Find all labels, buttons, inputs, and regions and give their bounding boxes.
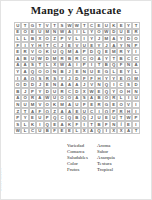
grid-cell-r17c1[interactable]: W	[14, 128, 21, 135]
grid-cell-r6c10[interactable]: C	[81, 55, 88, 62]
grid-cell-r10c17[interactable]: D	[132, 81, 139, 88]
grid-cell-r5c11[interactable]: D	[88, 48, 95, 55]
grid-cell-r9c7[interactable]: Y	[58, 75, 65, 82]
grid-cell-r8c8[interactable]: J	[66, 68, 73, 75]
grid-cell-r12c15[interactable]: L	[117, 95, 124, 102]
grid-cell-r13c5[interactable]: O	[44, 101, 51, 108]
grid-cell-r4c7[interactable]: J	[58, 42, 65, 49]
grid-cell-r1c1[interactable]: U	[14, 22, 21, 29]
grid-cell-r8c15[interactable]: E	[117, 68, 124, 75]
grid-cell-r11c11[interactable]: W	[88, 88, 95, 95]
grid-cell-r8c3[interactable]: Q	[29, 68, 36, 75]
grid-cell-r4c2[interactable]: I	[21, 42, 28, 49]
grid-cell-r1c12[interactable]: E	[95, 22, 102, 29]
grid-cell-r8c5[interactable]: O	[44, 68, 51, 75]
grid-cell-r12c9[interactable]: A	[73, 95, 80, 102]
grid-cell-r17c2[interactable]: L	[21, 128, 28, 135]
grid-cell-r17c5[interactable]: B	[44, 128, 51, 135]
grid-cell-r7c8[interactable]: A	[66, 62, 73, 69]
grid-cell-r14c13[interactable]: Q	[103, 108, 110, 115]
grid-cell-r15c5[interactable]: P	[44, 114, 51, 121]
grid-cell-r5c16[interactable]: Y	[125, 48, 132, 55]
grid-cell-r5c15[interactable]: R	[117, 48, 124, 55]
grid-cell-r6c4[interactable]: W	[36, 55, 43, 62]
grid-cell-r15c12[interactable]: U	[95, 114, 102, 121]
grid-cell-r5c10[interactable]: P	[81, 48, 88, 55]
grid-cell-r10c15[interactable]: C	[117, 81, 124, 88]
grid-cell-r6c5[interactable]: D	[44, 55, 51, 62]
grid-cell-r14c3[interactable]: A	[29, 108, 36, 115]
grid-cell-r9c13[interactable]: Y	[103, 75, 110, 82]
grid-cell-r11c7[interactable]: R	[58, 88, 65, 95]
grid-cell-r8c14[interactable]: L	[110, 68, 117, 75]
grid-cell-r6c7[interactable]: R	[58, 55, 65, 62]
grid-cell-r6c1[interactable]: A	[14, 55, 21, 62]
grid-cell-r3c16[interactable]: D	[125, 35, 132, 42]
grid-cell-r1c6[interactable]: T	[51, 22, 58, 29]
grid-cell-r13c4[interactable]: V	[36, 101, 43, 108]
grid-cell-r17c6[interactable]: F	[51, 128, 58, 135]
grid-cell-r16c8[interactable]: K	[66, 121, 73, 128]
grid-cell-r4c6[interactable]: C	[51, 42, 58, 49]
grid-cell-r4c8[interactable]: E	[66, 42, 73, 49]
grid-cell-r10c11[interactable]: V	[88, 81, 95, 88]
grid-cell-r2c6[interactable]: N	[51, 29, 58, 36]
grid-cell-r10c2[interactable]: D	[21, 81, 28, 88]
grid-cell-r17c17[interactable]: T	[132, 128, 139, 135]
grid-cell-r2c4[interactable]: U	[36, 29, 43, 36]
grid-cell-r13c9[interactable]: U	[73, 101, 80, 108]
puzzle-title: Mango y Aguacate	[1, 4, 151, 16]
grid-cell-r2c14[interactable]: D	[110, 29, 117, 36]
grid-cell-r16c4[interactable]: I	[36, 121, 43, 128]
grid-cell-r5c8[interactable]: M	[66, 48, 73, 55]
grid-cell-r15c3[interactable]: E	[29, 114, 36, 121]
grid-cell-r5c1[interactable]: E	[14, 48, 21, 55]
grid-cell-r13c16[interactable]: V	[125, 101, 132, 108]
grid-cell-r9c1[interactable]: I	[14, 75, 21, 82]
grid-cell-r11c6[interactable]: U	[51, 88, 58, 95]
grid-cell-r3c8[interactable]: V	[66, 35, 73, 42]
grid-cell-r1c13[interactable]: U	[103, 22, 110, 29]
grid-cell-r4c16[interactable]: N	[125, 42, 132, 49]
grid-cell-r10c9[interactable]: A	[73, 81, 80, 88]
grid-cell-r12c5[interactable]: W	[44, 95, 51, 102]
grid-cell-r14c16[interactable]: H	[125, 108, 132, 115]
grid-cell-r3c1[interactable]: L	[14, 35, 21, 42]
grid-cell-r5c7[interactable]: Q	[58, 48, 65, 55]
grid-cell-r16c14[interactable]: N	[110, 121, 117, 128]
grid-cell-r1c7[interactable]: S	[58, 22, 65, 29]
grid-cell-r10c4[interactable]: J	[36, 81, 43, 88]
grid-cell-r14c7[interactable]: A	[58, 108, 65, 115]
grid-cell-r11c16[interactable]: H	[125, 88, 132, 95]
grid-cell-r4c1[interactable]: F	[14, 42, 21, 49]
grid-cell-r10c6[interactable]: N	[51, 81, 58, 88]
grid-cell-r12c3[interactable]: R	[29, 95, 36, 102]
grid-cell-r15c4[interactable]: U	[36, 114, 43, 121]
grid-cell-r16c15[interactable]: Í	[117, 121, 124, 128]
grid-cell-r8c11[interactable]: U	[88, 68, 95, 75]
word-list-column-1: VariedadComarcaSaludablesColorFrutos	[67, 143, 88, 173]
grid-cell-r1c15[interactable]: E	[117, 22, 124, 29]
grid-cell-r9c10[interactable]: F	[81, 75, 88, 82]
grid-cell-r11c15[interactable]: O	[117, 88, 124, 95]
grid-cell-r15c1[interactable]: P	[14, 114, 21, 121]
grid-cell-r16c3[interactable]: K	[29, 121, 36, 128]
grid-cell-r2c13[interactable]: W	[103, 29, 110, 36]
grid-cell-r13c3[interactable]: M	[29, 101, 36, 108]
grid-cell-r10c13[interactable]: Q	[103, 81, 110, 88]
grid-cell-r7c4[interactable]: T	[36, 62, 43, 69]
word-list-column-2: AromaSaborAxarquíaTexturaTropical	[97, 143, 115, 173]
grid-cell-r15c8[interactable]: Q	[66, 114, 73, 121]
grid-cell-r8c2[interactable]: A	[21, 68, 28, 75]
grid-cell-r15c16[interactable]: W	[125, 114, 132, 121]
grid-cell-r2c7[interactable]: W	[58, 29, 65, 36]
grid-cell-r15c6[interactable]: Q	[51, 114, 58, 121]
grid-cell-r14c14[interactable]: P	[110, 108, 117, 115]
grid-cell-r2c12[interactable]: O	[95, 29, 102, 36]
grid-cell-r6c9[interactable]: R	[73, 55, 80, 62]
word-list-item: Tropical	[97, 167, 115, 173]
grid-cell-r11c5[interactable]: D	[44, 88, 51, 95]
grid-cell-r13c14[interactable]: E	[110, 101, 117, 108]
site-credit: Educima.com	[0, 168, 2, 191]
grid-cell-r12c2[interactable]: O	[21, 95, 28, 102]
grid-cell-r2c8[interactable]: A	[66, 29, 73, 36]
grid-cell-r11c17[interactable]: N	[132, 88, 139, 95]
grid-cell-r17c11[interactable]: A	[88, 128, 95, 135]
grid-cell-r8c13[interactable]: G	[103, 68, 110, 75]
grid-cell-r7c14[interactable]: Q	[110, 62, 117, 69]
grid-cell-r11c2[interactable]: J	[21, 88, 28, 95]
grid-cell-r16c9[interactable]: F	[73, 121, 80, 128]
grid-cell-r11c9[interactable]: D	[73, 88, 80, 95]
grid-cell-r9c2[interactable]: A	[21, 75, 28, 82]
grid-cell-r12c17[interactable]: U	[132, 95, 139, 102]
grid-cell-r13c17[interactable]: I	[132, 101, 139, 108]
grid-cell-r17c14[interactable]: X	[110, 128, 117, 135]
grid-cell-r12c10[interactable]: S	[81, 95, 88, 102]
grid-cell-r10c8[interactable]: A	[66, 81, 73, 88]
grid-cell-r2c17[interactable]: R	[132, 29, 139, 36]
grid-cell-r9c3[interactable]: Q	[29, 75, 36, 82]
grid-cell-r15c2[interactable]: Y	[21, 114, 28, 121]
grid-cell-r13c2[interactable]: U	[21, 101, 28, 108]
grid-cell-r8c9[interactable]: E	[73, 68, 80, 75]
grid-cell-r5c5[interactable]: K	[44, 48, 51, 55]
grid-cell-r11c12[interactable]: E	[95, 88, 102, 95]
grid-cell-r4c17[interactable]: P	[132, 42, 139, 49]
grid-cell-r5c9[interactable]: A	[73, 48, 80, 55]
grid-cell-r14c2[interactable]: T	[21, 108, 28, 115]
grid-cell-r16c10[interactable]: I	[81, 121, 88, 128]
grid-cell-r3c4[interactable]: X	[36, 35, 43, 42]
grid-cell-r16c7[interactable]: A	[58, 121, 65, 128]
grid-cell-r14c9[interactable]: E	[73, 108, 80, 115]
grid-cell-r9c8[interactable]: J	[66, 75, 73, 82]
grid-cell-r16c16[interactable]: E	[125, 121, 132, 128]
grid-cell-r13c12[interactable]: R	[95, 101, 102, 108]
grid-cell-r7c3[interactable]: S	[29, 62, 36, 69]
grid-cell-r10c16[interactable]: S	[125, 81, 132, 88]
grid-cell-r17c8[interactable]: E	[66, 128, 73, 135]
grid-cell-r13c6[interactable]: K	[51, 101, 58, 108]
grid-cell-r14c11[interactable]: C	[88, 108, 95, 115]
grid-cell-r2c3[interactable]: E	[29, 29, 36, 36]
grid-cell-r8c1[interactable]: Y	[14, 68, 21, 75]
grid-cell-r2c9[interactable]: I	[73, 29, 80, 36]
grid-cell-r17c13[interactable]: I	[103, 128, 110, 135]
grid-cell-r10c1[interactable]: O	[14, 81, 21, 88]
grid-cell-r14c4[interactable]: F	[36, 108, 43, 115]
grid-cell-r14c6[interactable]: Z	[51, 108, 58, 115]
grid-cell-r16c13[interactable]: F	[103, 121, 110, 128]
grid-cell-r11c1[interactable]: B	[14, 88, 21, 95]
grid-cell-r4c15[interactable]: Y	[117, 42, 124, 49]
grid-cell-r11c4[interactable]: Y	[36, 88, 43, 95]
grid-cell-r4c12[interactable]: Y	[95, 42, 102, 49]
grid-cell-r17c4[interactable]: U	[36, 128, 43, 135]
grid-cell-r12c4[interactable]: A	[36, 95, 43, 102]
grid-cell-r9c5[interactable]: R	[44, 75, 51, 82]
grid-cell-r10c5[interactable]: E	[44, 81, 51, 88]
grid-cell-r13c1[interactable]: N	[14, 101, 21, 108]
grid-cell-r7c12[interactable]: T	[95, 62, 102, 69]
grid-cell-r5c3[interactable]: V	[29, 48, 36, 55]
grid-cell-r12c13[interactable]: O	[103, 95, 110, 102]
grid-cell-r6c16[interactable]: C	[125, 55, 132, 62]
grid-cell-r10c3[interactable]: D	[29, 81, 36, 88]
grid-cell-r7c6[interactable]: X	[51, 62, 58, 69]
grid-cell-r14c15[interactable]: R	[117, 108, 124, 115]
grid-cell-r6c13[interactable]: Y	[103, 55, 110, 62]
grid-cell-r8c6[interactable]: N	[51, 68, 58, 75]
grid-cell-r9c17[interactable]: M	[132, 75, 139, 82]
grid-cell-r15c10[interactable]: Q	[81, 114, 88, 121]
grid-cell-r4c5[interactable]: T	[44, 42, 51, 49]
grid-cell-r1c11[interactable]: C	[88, 22, 95, 29]
grid-cell-r7c1[interactable]: A	[14, 62, 21, 69]
grid-cell-r14c10[interactable]: U	[81, 108, 88, 115]
grid-cell-r3c14[interactable]: A	[110, 35, 117, 42]
grid-cell-r4c14[interactable]: A	[110, 42, 117, 49]
grid-cell-r3c17[interactable]: O	[132, 35, 139, 42]
grid-cell-r3c15[interactable]: Y	[117, 35, 124, 42]
grid-cell-r16c2[interactable]: L	[21, 121, 28, 128]
grid-cell-r7c15[interactable]: F	[117, 62, 124, 69]
grid-cell-r1c4[interactable]: T	[36, 22, 43, 29]
grid-cell-r15c14[interactable]: U	[110, 114, 117, 121]
grid-cell-r17c10[interactable]: X	[81, 128, 88, 135]
grid-cell-r6c12[interactable]: A	[95, 55, 102, 62]
grid-cell-r12c12[interactable]: B	[95, 95, 102, 102]
grid-cell-r1c16[interactable]: Y	[125, 22, 132, 29]
grid-cell-r2c5[interactable]: M	[44, 29, 51, 36]
grid-cell-r16c6[interactable]: E	[51, 121, 58, 128]
grid-cell-r7c16[interactable]: N	[125, 62, 132, 69]
grid-cell-r6c11[interactable]: O	[88, 55, 95, 62]
grid-cell-r7c10[interactable]: P	[81, 62, 88, 69]
grid-cell-r15c17[interactable]: P	[132, 114, 139, 121]
grid-cell-r1c17[interactable]: T	[132, 22, 139, 29]
grid-cell-r13c8[interactable]: A	[66, 101, 73, 108]
grid-cell-r6c14[interactable]: T	[110, 55, 117, 62]
grid-cell-r7c13[interactable]: B	[103, 62, 110, 69]
grid-cell-r3c11[interactable]: Y	[88, 35, 95, 42]
grid-cell-r1c5[interactable]: V	[44, 22, 51, 29]
grid-cell-r13c7[interactable]: M	[58, 101, 65, 108]
grid-cell-r14c17[interactable]: I	[132, 108, 139, 115]
grid-cell-r3c10[interactable]: I	[81, 35, 88, 42]
grid-cell-r8c16[interactable]: Y	[125, 68, 132, 75]
grid-cell-r15c11[interactable]: J	[88, 114, 95, 121]
grid-cell-r8c10[interactable]: N	[81, 68, 88, 75]
grid-cell-r11c10[interactable]: X	[81, 88, 88, 95]
grid-cell-r10c10[interactable]: J	[81, 81, 88, 88]
grid-cell-r15c9[interactable]: B	[73, 114, 80, 121]
grid-cell-r7c11[interactable]: I	[88, 62, 95, 69]
grid-cell-r15c13[interactable]: E	[103, 114, 110, 121]
grid-cell-r16c11[interactable]: T	[88, 121, 95, 128]
grid-cell-r16c12[interactable]: B	[95, 121, 102, 128]
grid-cell-r7c5[interactable]: L	[44, 62, 51, 69]
grid-cell-r1c9[interactable]: W	[73, 22, 80, 29]
grid-cell-r12c7[interactable]: O	[58, 95, 65, 102]
grid-cell-r9c15[interactable]: E	[117, 75, 124, 82]
grid-cell-r6c2[interactable]: B	[21, 55, 28, 62]
word-search-grid: UTGTVTSWWTCEUKEYTEOEUMNWAILYOWDUERLLBXOZ…	[14, 22, 140, 134]
grid-cell-r7c9[interactable]: I	[73, 62, 80, 69]
grid-cell-r17c3[interactable]: C	[29, 128, 36, 135]
grid-cell-r17c9[interactable]: L	[73, 128, 80, 135]
grid-cell-r6c8[interactable]: B	[66, 55, 73, 62]
grid-cell-r5c17[interactable]: I	[132, 48, 139, 55]
grid-cell-r17c7[interactable]: E	[58, 128, 65, 135]
grid-cell-r14c12[interactable]: I	[95, 108, 102, 115]
grid-cell-r8c17[interactable]: L	[132, 68, 139, 75]
grid-cell-r7c7[interactable]: W	[58, 62, 65, 69]
grid-cell-r12c14[interactable]: R	[110, 95, 117, 102]
grid-cell-r2c1[interactable]: E	[14, 29, 21, 36]
worksheet-page: Mango y Aguacate UTGTVTSWWTCEUKEYTEOEUMN…	[0, 0, 152, 200]
grid-cell-r1c2[interactable]: T	[21, 22, 28, 29]
grid-cell-r12c16[interactable]: I	[125, 95, 132, 102]
grid-cell-r9c12[interactable]: H	[95, 75, 102, 82]
grid-cell-r2c2[interactable]: O	[21, 29, 28, 36]
grid-cell-r6c15[interactable]: B	[117, 55, 124, 62]
grid-cell-r15c7[interactable]: C	[58, 114, 65, 121]
grid-cell-r4c9[interactable]: V	[73, 42, 80, 49]
grid-cell-r10c12[interactable]: N	[95, 81, 102, 88]
grid-cell-r8c4[interactable]: O	[36, 68, 43, 75]
grid-cell-r6c3[interactable]: U	[29, 55, 36, 62]
grid-cell-r4c13[interactable]: J	[103, 42, 110, 49]
grid-cell-r9c6[interactable]: S	[51, 75, 58, 82]
grid-cell-r11c3[interactable]: P	[29, 88, 36, 95]
grid-cell-r7c2[interactable]: A	[21, 62, 28, 69]
grid-cell-r13c13[interactable]: G	[103, 101, 110, 108]
grid-cell-r2c11[interactable]: Y	[88, 29, 95, 36]
grid-cell-r6c6[interactable]: M	[51, 55, 58, 62]
grid-cell-r3c13[interactable]: M	[103, 35, 110, 42]
grid-cell-r5c12[interactable]: Q	[95, 48, 102, 55]
grid-cell-r14c1[interactable]: Z	[14, 108, 21, 115]
grid-cell-r4c11[interactable]: E	[88, 42, 95, 49]
grid-cell-r3c9[interactable]: L	[73, 35, 80, 42]
grid-cell-r13c11[interactable]: E	[88, 101, 95, 108]
grid-cell-r1c8[interactable]: W	[66, 22, 73, 29]
grid-cell-r14c8[interactable]: A	[66, 108, 73, 115]
grid-cell-r15c15[interactable]: T	[117, 114, 124, 121]
grid-cell-r9c14[interactable]: Y	[110, 75, 117, 82]
grid-cell-r9c11[interactable]: F	[88, 75, 95, 82]
grid-cell-r13c10[interactable]: F	[81, 101, 88, 108]
grid-cell-r2c10[interactable]: L	[81, 29, 88, 36]
grid-cell-r1c3[interactable]: G	[29, 22, 36, 29]
grid-cell-r9c4[interactable]: S	[36, 75, 43, 82]
grid-cell-r9c16[interactable]: Q	[125, 75, 132, 82]
grid-cell-r5c13[interactable]: E	[103, 48, 110, 55]
grid-cell-r11c13[interactable]: Q	[103, 88, 110, 95]
grid-cell-r12c8[interactable]: O	[66, 95, 73, 102]
grid-cell-r5c14[interactable]: M	[110, 48, 117, 55]
grid-cell-r10c14[interactable]: I	[110, 81, 117, 88]
grid-cell-r9c9[interactable]: D	[73, 75, 80, 82]
grid-cell-r4c10[interactable]: U	[81, 42, 88, 49]
grid-cell-r3c12[interactable]: J	[95, 35, 102, 42]
grid-cell-r10c7[interactable]: A	[58, 81, 65, 88]
grid-cell-r8c12[interactable]: E	[95, 68, 102, 75]
grid-cell-r8c7[interactable]: B	[58, 68, 65, 75]
grid-cell-r5c4[interactable]: O	[36, 48, 43, 55]
grid-cell-r3c6[interactable]: Z	[51, 35, 58, 42]
grid-cell-r14c5[interactable]: Q	[44, 108, 51, 115]
grid-cell-r12c1[interactable]: A	[14, 95, 21, 102]
grid-cell-r5c2[interactable]: R	[21, 48, 28, 55]
grid-cell-r5c6[interactable]: U	[51, 48, 58, 55]
grid-cell-r3c7[interactable]: P	[58, 35, 65, 42]
grid-cell-r3c3[interactable]: B	[29, 35, 36, 42]
grid-cell-r6c17[interactable]: C	[132, 55, 139, 62]
grid-cell-r4c4[interactable]: H	[36, 42, 43, 49]
grid-cell-r17c12[interactable]: Q	[95, 128, 102, 135]
grid-cell-r1c10[interactable]: T	[81, 22, 88, 29]
grid-cell-r3c2[interactable]: L	[21, 35, 28, 42]
word-list-item: Frutos	[67, 167, 88, 173]
grid-cell-r3c5[interactable]: O	[44, 35, 51, 42]
grid-cell-r11c14[interactable]: Y	[110, 88, 117, 95]
grid-cell-r16c5[interactable]: Q	[44, 121, 51, 128]
grid-cell-r17c16[interactable]: A	[125, 128, 132, 135]
grid-cell-r7c17[interactable]: A	[132, 62, 139, 69]
grid-cell-r1c14[interactable]: K	[110, 22, 117, 29]
grid-cell-r13c15[interactable]: O	[117, 101, 124, 108]
grid-cell-r16c1[interactable]: S	[14, 121, 21, 128]
grid-cell-r12c6[interactable]: U	[51, 95, 58, 102]
grid-cell-r2c16[interactable]: E	[125, 29, 132, 36]
grid-cell-r16c17[interactable]: I	[132, 121, 139, 128]
grid-cell-r2c15[interactable]: U	[117, 29, 124, 36]
grid-cell-r17c15[interactable]: X	[117, 128, 124, 135]
grid-cell-r11c8[interactable]: C	[66, 88, 73, 95]
grid-cell-r12c11[interactable]: A	[88, 95, 95, 102]
grid-cell-r4c3[interactable]: Y	[29, 42, 36, 49]
